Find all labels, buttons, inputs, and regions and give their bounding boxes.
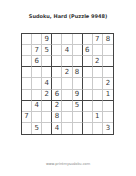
cell-r3c4	[52, 56, 62, 67]
cell-r2c5: 4	[62, 45, 72, 56]
cell-r9c7	[83, 123, 93, 134]
cell-r3c3	[42, 56, 52, 67]
cell-r6c5	[62, 90, 72, 101]
cell-r4c1	[22, 67, 32, 78]
sudoku-board: 97875466228422691425781543	[21, 33, 114, 135]
cell-r7c5	[62, 101, 72, 112]
cell-r5c6	[73, 78, 83, 89]
cell-r5c5	[62, 78, 72, 89]
cell-r2c8	[93, 45, 103, 56]
cell-r7c4: 2	[52, 101, 62, 112]
cell-r5c7	[83, 78, 93, 89]
cell-r9c5	[62, 123, 72, 134]
cell-r3c7	[83, 56, 93, 67]
cell-r9c8	[93, 123, 103, 134]
cell-r6c2	[32, 90, 42, 101]
cell-r6c8	[93, 90, 103, 101]
cell-r5c8	[93, 78, 103, 89]
cell-r6c6: 9	[73, 90, 83, 101]
cell-r9c3	[42, 123, 52, 134]
cell-r8c1: 7	[22, 112, 32, 123]
cell-r4c8	[93, 67, 103, 78]
cell-r4c6: 8	[73, 67, 83, 78]
cell-r7c1	[22, 101, 32, 112]
cell-r3c8: 2	[93, 56, 103, 67]
cell-r4c3	[42, 67, 52, 78]
cell-r6c1	[22, 90, 32, 101]
page-title: Sudoku, Hard (Puzzle 9948)	[0, 13, 136, 19]
cell-r1c2	[32, 34, 42, 45]
cell-r6c4: 6	[52, 90, 62, 101]
cell-r1c5	[62, 34, 72, 45]
cell-r1c7	[83, 34, 93, 45]
cell-r4c7	[83, 67, 93, 78]
cell-r3c1	[22, 56, 32, 67]
cell-r8c7	[83, 112, 93, 123]
cell-r4c2	[32, 67, 42, 78]
cell-r2c7: 6	[83, 45, 93, 56]
cell-r8c5	[62, 112, 72, 123]
cell-r4c5: 2	[62, 67, 72, 78]
cell-r3c2: 6	[32, 56, 42, 67]
cell-r6c9: 1	[103, 90, 113, 101]
cell-r7c9	[103, 101, 113, 112]
cell-r2c1	[22, 45, 32, 56]
cell-r3c9	[103, 56, 113, 67]
cell-r9c6	[73, 123, 83, 134]
cell-r1c3: 9	[42, 34, 52, 45]
cell-r7c2: 4	[32, 101, 42, 112]
cell-r9c1	[22, 123, 32, 134]
cell-r7c7	[83, 101, 93, 112]
footer-url: www.printmysudoku.com	[0, 162, 136, 166]
cell-r8c9	[103, 112, 113, 123]
cell-r1c9: 8	[103, 34, 113, 45]
cell-r2c2: 7	[32, 45, 42, 56]
cell-r9c2: 5	[32, 123, 42, 134]
cell-r4c9	[103, 67, 113, 78]
cell-r1c1	[22, 34, 32, 45]
cell-r8c4: 8	[52, 112, 62, 123]
cell-r8c2	[32, 112, 42, 123]
cell-r3c6	[73, 56, 83, 67]
cell-r2c4	[52, 45, 62, 56]
cell-r6c7	[83, 90, 93, 101]
cell-r1c6	[73, 34, 83, 45]
cell-r1c8: 7	[93, 34, 103, 45]
cell-r2c9	[103, 45, 113, 56]
cell-r7c6: 5	[73, 101, 83, 112]
cell-r7c3	[42, 101, 52, 112]
cell-r2c3: 5	[42, 45, 52, 56]
cell-r6c3: 2	[42, 90, 52, 101]
cell-r5c1	[22, 78, 32, 89]
cell-r7c8	[93, 101, 103, 112]
cell-r5c9: 2	[103, 78, 113, 89]
cell-r1c4	[52, 34, 62, 45]
cell-r4c4	[52, 67, 62, 78]
cell-r8c6	[73, 112, 83, 123]
sudoku-sheet: Sudoku, Hard (Puzzle 9948) 9787546622842…	[0, 0, 136, 176]
cell-r3c5	[62, 56, 72, 67]
cell-r8c3	[42, 112, 52, 123]
cell-r5c2	[32, 78, 42, 89]
cell-r9c9: 3	[103, 123, 113, 134]
cell-r5c3: 4	[42, 78, 52, 89]
cell-r9c4: 4	[52, 123, 62, 134]
cell-r2c6	[73, 45, 83, 56]
cell-r8c8: 1	[93, 112, 103, 123]
cell-r5c4	[52, 78, 62, 89]
